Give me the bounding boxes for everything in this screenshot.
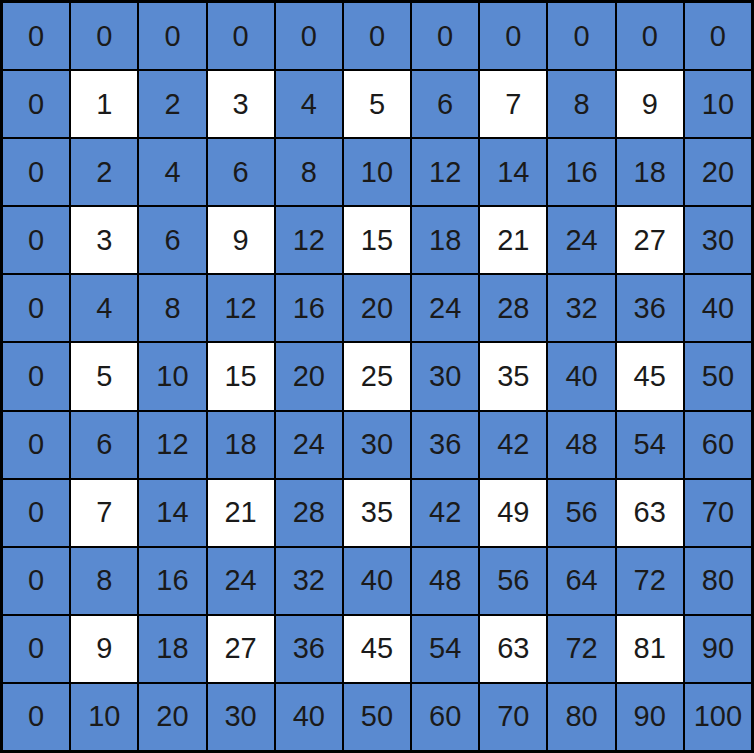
cell-r4-c7: 28 (480, 275, 546, 341)
cell-r1-c7: 7 (480, 71, 546, 137)
cell-r3-c10: 30 (685, 207, 751, 273)
cell-r3-c4: 12 (276, 207, 342, 273)
cell-r8-c8: 64 (548, 548, 614, 614)
cell-r5-c7: 35 (480, 343, 546, 409)
cell-r4-c6: 24 (412, 275, 478, 341)
cell-r7-c2: 14 (139, 480, 205, 546)
cell-r6-c10: 60 (685, 412, 751, 478)
cell-r0-c3: 0 (208, 3, 274, 69)
cell-r9-c7: 63 (480, 616, 546, 682)
cell-r5-c9: 45 (617, 343, 683, 409)
cell-r7-c8: 56 (548, 480, 614, 546)
cell-r10-c3: 30 (208, 684, 274, 750)
cell-r1-c0: 0 (3, 71, 69, 137)
cell-r6-c4: 24 (276, 412, 342, 478)
cell-r3-c1: 3 (71, 207, 137, 273)
cell-r4-c9: 36 (617, 275, 683, 341)
cell-r9-c2: 18 (139, 616, 205, 682)
cell-r1-c4: 4 (276, 71, 342, 137)
cell-r4-c2: 8 (139, 275, 205, 341)
cell-r3-c5: 15 (344, 207, 410, 273)
cell-r5-c1: 5 (71, 343, 137, 409)
cell-r2-c7: 14 (480, 139, 546, 205)
cell-r2-c3: 6 (208, 139, 274, 205)
cell-r2-c1: 2 (71, 139, 137, 205)
cell-r7-c9: 63 (617, 480, 683, 546)
cell-r10-c4: 40 (276, 684, 342, 750)
cell-r10-c0: 0 (3, 684, 69, 750)
cell-r7-c3: 21 (208, 480, 274, 546)
cell-r8-c2: 16 (139, 548, 205, 614)
cell-r4-c1: 4 (71, 275, 137, 341)
cell-r4-c3: 12 (208, 275, 274, 341)
cell-r1-c10: 10 (685, 71, 751, 137)
cell-r6-c0: 0 (3, 412, 69, 478)
cell-r1-c9: 9 (617, 71, 683, 137)
cell-r6-c2: 12 (139, 412, 205, 478)
cell-r8-c5: 40 (344, 548, 410, 614)
cell-r0-c6: 0 (412, 3, 478, 69)
cell-r8-c1: 8 (71, 548, 137, 614)
cell-r8-c9: 72 (617, 548, 683, 614)
cell-r5-c0: 0 (3, 343, 69, 409)
cell-r8-c6: 48 (412, 548, 478, 614)
cell-r7-c1: 7 (71, 480, 137, 546)
cell-r0-c1: 0 (71, 3, 137, 69)
cell-r9-c4: 36 (276, 616, 342, 682)
cell-r4-c10: 40 (685, 275, 751, 341)
cell-r6-c5: 30 (344, 412, 410, 478)
cell-r2-c10: 20 (685, 139, 751, 205)
cell-r2-c9: 18 (617, 139, 683, 205)
cell-r4-c0: 0 (3, 275, 69, 341)
cell-r5-c4: 20 (276, 343, 342, 409)
cell-r1-c1: 1 (71, 71, 137, 137)
cell-r8-c3: 24 (208, 548, 274, 614)
cell-r6-c6: 36 (412, 412, 478, 478)
cell-r4-c4: 16 (276, 275, 342, 341)
cell-r3-c2: 6 (139, 207, 205, 273)
cell-r1-c8: 8 (548, 71, 614, 137)
cell-r5-c10: 50 (685, 343, 751, 409)
cell-r0-c4: 0 (276, 3, 342, 69)
cell-r8-c4: 32 (276, 548, 342, 614)
cell-r1-c5: 5 (344, 71, 410, 137)
cell-r6-c7: 42 (480, 412, 546, 478)
cell-r7-c6: 42 (412, 480, 478, 546)
cell-r2-c2: 4 (139, 139, 205, 205)
cell-r7-c5: 35 (344, 480, 410, 546)
multiplication-grid: 0000000000001234567891002468101214161820… (0, 0, 754, 753)
cell-r0-c5: 0 (344, 3, 410, 69)
cell-r10-c10: 100 (685, 684, 751, 750)
cell-r2-c5: 10 (344, 139, 410, 205)
cell-r9-c0: 0 (3, 616, 69, 682)
cell-r9-c3: 27 (208, 616, 274, 682)
cell-r0-c2: 0 (139, 3, 205, 69)
cell-r6-c3: 18 (208, 412, 274, 478)
cell-r7-c4: 28 (276, 480, 342, 546)
cell-r6-c1: 6 (71, 412, 137, 478)
cell-r4-c8: 32 (548, 275, 614, 341)
cell-r3-c6: 18 (412, 207, 478, 273)
cell-r10-c8: 80 (548, 684, 614, 750)
cell-r3-c3: 9 (208, 207, 274, 273)
cell-r3-c7: 21 (480, 207, 546, 273)
cell-r5-c6: 30 (412, 343, 478, 409)
cell-r9-c10: 90 (685, 616, 751, 682)
cell-r5-c3: 15 (208, 343, 274, 409)
multiplication-table-board: 0000000000001234567891002468101214161820… (0, 0, 754, 753)
cell-r9-c8: 72 (548, 616, 614, 682)
cell-r7-c7: 49 (480, 480, 546, 546)
cell-r5-c2: 10 (139, 343, 205, 409)
cell-r10-c5: 50 (344, 684, 410, 750)
cell-r8-c7: 56 (480, 548, 546, 614)
cell-r10-c1: 10 (71, 684, 137, 750)
cell-r7-c10: 70 (685, 480, 751, 546)
cell-r5-c8: 40 (548, 343, 614, 409)
cell-r1-c2: 2 (139, 71, 205, 137)
cell-r6-c9: 54 (617, 412, 683, 478)
cell-r2-c4: 8 (276, 139, 342, 205)
cell-r3-c8: 24 (548, 207, 614, 273)
cell-r0-c8: 0 (548, 3, 614, 69)
cell-r0-c7: 0 (480, 3, 546, 69)
cell-r0-c10: 0 (685, 3, 751, 69)
cell-r9-c5: 45 (344, 616, 410, 682)
cell-r2-c6: 12 (412, 139, 478, 205)
cell-r10-c6: 60 (412, 684, 478, 750)
cell-r8-c10: 80 (685, 548, 751, 614)
cell-r3-c9: 27 (617, 207, 683, 273)
cell-r4-c5: 20 (344, 275, 410, 341)
cell-r9-c9: 81 (617, 616, 683, 682)
cell-r0-c9: 0 (617, 3, 683, 69)
cell-r10-c7: 70 (480, 684, 546, 750)
cell-r1-c6: 6 (412, 71, 478, 137)
cell-r8-c0: 0 (3, 548, 69, 614)
cell-r9-c1: 9 (71, 616, 137, 682)
cell-r0-c0: 0 (3, 3, 69, 69)
cell-r9-c6: 54 (412, 616, 478, 682)
cell-r10-c2: 20 (139, 684, 205, 750)
cell-r1-c3: 3 (208, 71, 274, 137)
cell-r2-c8: 16 (548, 139, 614, 205)
cell-r7-c0: 0 (3, 480, 69, 546)
cell-r3-c0: 0 (3, 207, 69, 273)
cell-r5-c5: 25 (344, 343, 410, 409)
cell-r10-c9: 90 (617, 684, 683, 750)
cell-r2-c0: 0 (3, 139, 69, 205)
cell-r6-c8: 48 (548, 412, 614, 478)
